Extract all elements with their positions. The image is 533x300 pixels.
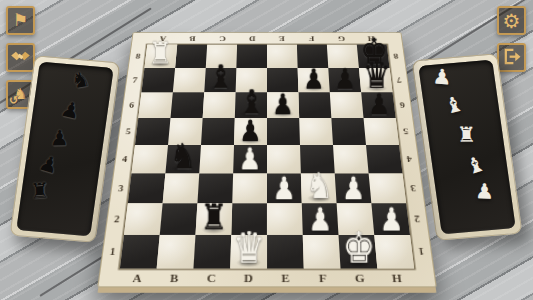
- black-pawn-h6[interactable]: ♟: [368, 90, 390, 119]
- square-a8[interactable]: ♜: [144, 45, 177, 68]
- square-e8[interactable]: [267, 45, 298, 68]
- square-e4[interactable]: [267, 145, 301, 173]
- square-g4[interactable]: [333, 145, 369, 173]
- settings-button[interactable]: ⚙: [497, 6, 526, 35]
- square-d3[interactable]: [232, 173, 267, 203]
- white-knight-f3[interactable]: ♞: [305, 168, 332, 204]
- chessboard-3d: ABCDEFGH ABCDEFGH 87654321 87654321 ♜♚♝♟…: [97, 32, 437, 287]
- file-label-a: A: [118, 268, 157, 286]
- square-a5[interactable]: [135, 118, 170, 145]
- file-label-a: A: [147, 33, 178, 45]
- square-c6[interactable]: [203, 92, 236, 118]
- square-e5[interactable]: [267, 118, 300, 145]
- file-label-f: F: [297, 33, 327, 45]
- square-b4[interactable]: ♞: [165, 145, 201, 173]
- square-h4[interactable]: [366, 145, 402, 173]
- square-a1[interactable]: [120, 235, 160, 268]
- white-pawn-f2[interactable]: ♟: [308, 204, 332, 236]
- square-e3[interactable]: ♟: [267, 173, 302, 203]
- square-b7[interactable]: [173, 68, 206, 92]
- rank-label-8: 8: [387, 45, 406, 68]
- board-frame: ABCDEFGH ABCDEFGH 87654321 87654321 ♜♚♝♟…: [97, 32, 437, 287]
- white-king-g1[interactable]: ♚: [342, 226, 375, 269]
- rank-label-7: 7: [390, 68, 409, 92]
- black-pawn-f7[interactable]: ♟: [303, 65, 324, 93]
- file-label-c: C: [192, 268, 230, 286]
- rank-label-7: 7: [125, 68, 144, 92]
- board-grid: ♜♚♝♟♟♛♝♟♟♟♞♟♟♞♟♜♟♟♛♚: [120, 45, 414, 269]
- exit-icon: [502, 48, 521, 68]
- file-label-h: H: [356, 33, 387, 45]
- square-b2[interactable]: [160, 203, 198, 235]
- file-label-c: C: [207, 33, 237, 45]
- captured-white-bishop: ♝: [442, 94, 466, 119]
- square-c4[interactable]: [199, 145, 234, 173]
- black-bishop-c7[interactable]: ♝: [208, 61, 233, 93]
- square-b8[interactable]: [175, 45, 207, 68]
- exit-button[interactable]: [497, 43, 526, 72]
- black-rook-c2[interactable]: ♜: [200, 200, 227, 236]
- square-c7[interactable]: ♝: [204, 68, 236, 92]
- square-h2[interactable]: ♟: [371, 203, 410, 235]
- file-label-e: E: [267, 33, 297, 45]
- square-a6[interactable]: [138, 92, 173, 118]
- file-label-e: E: [267, 268, 304, 286]
- undo-arrow-icon: ↺: [9, 94, 18, 107]
- square-f6[interactable]: [298, 92, 331, 118]
- resign-button[interactable]: ⚑: [6, 6, 35, 35]
- rank-label-4: 4: [399, 145, 420, 173]
- file-label-g: G: [326, 33, 357, 45]
- square-c5[interactable]: [201, 118, 235, 145]
- square-f7[interactable]: ♟: [298, 68, 330, 92]
- square-f2[interactable]: ♟: [302, 203, 339, 235]
- captured-white-pawn: ♟: [432, 67, 452, 89]
- square-f3[interactable]: ♞: [301, 173, 337, 203]
- captured-black-rook: ♜: [30, 180, 50, 202]
- captured-white-pieces-tray: ♟♝♜♝♟: [411, 53, 522, 241]
- white-pawn-h2[interactable]: ♟: [380, 204, 404, 236]
- square-g5[interactable]: [331, 118, 366, 145]
- square-b3[interactable]: [163, 173, 200, 203]
- offer-draw-button[interactable]: [6, 43, 35, 72]
- flag-icon: ⚑: [13, 12, 28, 29]
- white-pawn-g3[interactable]: ♟: [342, 173, 366, 204]
- square-a4[interactable]: [132, 145, 168, 173]
- square-f1[interactable]: [303, 235, 341, 268]
- square-g7[interactable]: ♟: [328, 68, 361, 92]
- file-labels-top: ABCDEFGH: [147, 33, 386, 45]
- gear-icon: ⚙: [503, 11, 521, 31]
- square-h3[interactable]: [369, 173, 407, 203]
- square-g3[interactable]: ♟: [335, 173, 372, 203]
- square-e6[interactable]: ♟: [267, 92, 299, 118]
- square-h5[interactable]: [364, 118, 399, 145]
- rank-label-6: 6: [393, 92, 413, 118]
- file-label-g: G: [341, 268, 379, 286]
- square-f5[interactable]: [299, 118, 333, 145]
- square-g6[interactable]: [330, 92, 364, 118]
- square-d8[interactable]: [236, 45, 267, 68]
- tray-surface: ♞♟♟♟♜: [16, 62, 113, 237]
- black-pawn-e6[interactable]: ♟: [272, 90, 294, 119]
- square-c1[interactable]: [193, 235, 231, 268]
- file-label-f: F: [304, 268, 342, 286]
- captured-white-pawn: ♟: [475, 181, 494, 203]
- square-d1[interactable]: ♛: [230, 235, 267, 268]
- square-e2[interactable]: [267, 203, 303, 235]
- black-knight-b4[interactable]: ♞: [169, 139, 196, 174]
- captured-black-pawn: ♟: [58, 98, 82, 123]
- black-pawn-g7[interactable]: ♟: [335, 65, 356, 93]
- handshake-icon: [11, 50, 30, 66]
- file-labels-bottom: ABCDEFGH: [118, 268, 417, 286]
- square-a3[interactable]: [128, 173, 166, 203]
- square-h1[interactable]: [374, 235, 414, 268]
- square-e1[interactable]: [267, 235, 304, 268]
- square-a2[interactable]: [124, 203, 163, 235]
- square-h6[interactable]: ♟: [361, 92, 396, 118]
- square-c2[interactable]: ♜: [195, 203, 232, 235]
- file-label-b: B: [155, 268, 193, 286]
- captured-white-rook: ♜: [457, 125, 477, 146]
- captured-black-pawn: ♟: [49, 128, 69, 149]
- chess-game-scene: ⚑ ♞ ↺ ⚙ ♞♟♟♟♜ ♟♝♜♝♟: [0, 0, 533, 300]
- file-label-d: D: [237, 33, 267, 45]
- white-pawn-d4[interactable]: ♟: [239, 144, 262, 174]
- file-label-b: B: [177, 33, 208, 45]
- white-pawn-e3[interactable]: ♟: [273, 173, 297, 204]
- square-b6[interactable]: [170, 92, 204, 118]
- square-a7[interactable]: [141, 68, 175, 92]
- captured-white-bishop: ♝: [463, 153, 488, 178]
- white-queen-d1[interactable]: ♛: [232, 226, 265, 269]
- rank-label-5: 5: [396, 118, 416, 145]
- tray-surface: ♟♝♜♝♟: [418, 60, 515, 235]
- file-label-h: H: [377, 268, 416, 286]
- square-b1[interactable]: [157, 235, 196, 268]
- file-label-d: D: [230, 268, 267, 286]
- captured-black-pawn: ♟: [36, 152, 61, 177]
- square-g1[interactable]: ♚: [339, 235, 378, 268]
- square-d4[interactable]: ♟: [233, 145, 267, 173]
- captured-black-knight: ♞: [70, 69, 91, 93]
